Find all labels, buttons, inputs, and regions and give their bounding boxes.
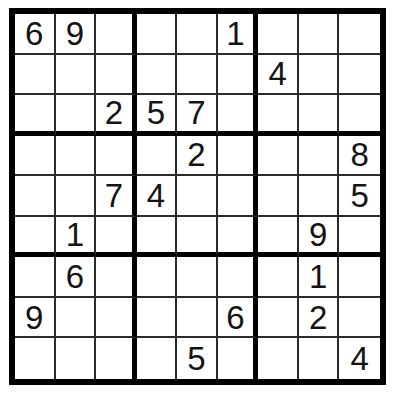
cell-r1c9[interactable] [339, 14, 380, 55]
cell-r9c3[interactable] [96, 338, 137, 379]
cell-r5c1[interactable] [15, 176, 56, 217]
cell-r8c1[interactable]: 9 [15, 298, 56, 339]
cell-r3c9[interactable] [339, 95, 380, 136]
cell-r9c4[interactable] [137, 338, 178, 379]
cell-r8c3[interactable] [96, 298, 137, 339]
cell-r5c9[interactable]: 5 [339, 176, 380, 217]
cell-r4c9[interactable]: 8 [339, 136, 380, 177]
cell-r9c7[interactable] [258, 338, 299, 379]
cell-r2c9[interactable] [339, 55, 380, 96]
cell-r1c5[interactable] [177, 14, 218, 55]
cell-r5c7[interactable] [258, 176, 299, 217]
cell-r7c5[interactable] [177, 257, 218, 298]
cell-r2c1[interactable] [15, 55, 56, 96]
cell-r8c9[interactable] [339, 298, 380, 339]
cell-r5c4[interactable]: 4 [137, 176, 178, 217]
sudoku-board: 691425728745196196254 [9, 8, 386, 385]
cell-r9c2[interactable] [56, 338, 97, 379]
cell-r7c8[interactable]: 1 [299, 257, 340, 298]
cell-r7c7[interactable] [258, 257, 299, 298]
cell-r9c8[interactable] [299, 338, 340, 379]
cell-r5c5[interactable] [177, 176, 218, 217]
cell-r2c5[interactable] [177, 55, 218, 96]
cell-r3c4[interactable]: 5 [137, 95, 178, 136]
cell-r4c5[interactable]: 2 [177, 136, 218, 177]
cell-r9c1[interactable] [15, 338, 56, 379]
cell-r7c9[interactable] [339, 257, 380, 298]
cell-r8c6[interactable]: 6 [218, 298, 259, 339]
cell-r3c7[interactable] [258, 95, 299, 136]
cell-r2c6[interactable] [218, 55, 259, 96]
cell-r7c4[interactable] [137, 257, 178, 298]
cell-r6c6[interactable] [218, 217, 259, 258]
cell-r6c1[interactable] [15, 217, 56, 258]
cell-r2c2[interactable] [56, 55, 97, 96]
cell-r1c1[interactable]: 6 [15, 14, 56, 55]
cell-r1c8[interactable] [299, 14, 340, 55]
cell-r3c6[interactable] [218, 95, 259, 136]
cell-r7c3[interactable] [96, 257, 137, 298]
cell-r6c8[interactable]: 9 [299, 217, 340, 258]
cell-r1c6[interactable]: 1 [218, 14, 259, 55]
cell-r3c2[interactable] [56, 95, 97, 136]
cell-r6c3[interactable] [96, 217, 137, 258]
cell-r2c3[interactable] [96, 55, 137, 96]
cell-r8c7[interactable] [258, 298, 299, 339]
cell-r3c1[interactable] [15, 95, 56, 136]
cell-r2c8[interactable] [299, 55, 340, 96]
cell-r7c1[interactable] [15, 257, 56, 298]
cell-r4c8[interactable] [299, 136, 340, 177]
cell-r7c6[interactable] [218, 257, 259, 298]
cell-r4c7[interactable] [258, 136, 299, 177]
cell-r2c7[interactable]: 4 [258, 55, 299, 96]
cell-r5c2[interactable] [56, 176, 97, 217]
cell-r5c3[interactable]: 7 [96, 176, 137, 217]
cell-r1c2[interactable]: 9 [56, 14, 97, 55]
cell-r3c5[interactable]: 7 [177, 95, 218, 136]
cell-r1c4[interactable] [137, 14, 178, 55]
cell-r8c2[interactable] [56, 298, 97, 339]
cell-r4c6[interactable] [218, 136, 259, 177]
cell-r1c3[interactable] [96, 14, 137, 55]
cell-r3c3[interactable]: 2 [96, 95, 137, 136]
cell-r4c3[interactable] [96, 136, 137, 177]
cell-r6c9[interactable] [339, 217, 380, 258]
cell-r6c5[interactable] [177, 217, 218, 258]
cell-r6c4[interactable] [137, 217, 178, 258]
cell-r6c2[interactable]: 1 [56, 217, 97, 258]
cell-r4c4[interactable] [137, 136, 178, 177]
cell-r8c4[interactable] [137, 298, 178, 339]
cell-r3c8[interactable] [299, 95, 340, 136]
cell-r9c9[interactable]: 4 [339, 338, 380, 379]
cell-r4c1[interactable] [15, 136, 56, 177]
cell-r9c5[interactable]: 5 [177, 338, 218, 379]
cell-r9c6[interactable] [218, 338, 259, 379]
cell-r8c8[interactable]: 2 [299, 298, 340, 339]
cell-r8c5[interactable] [177, 298, 218, 339]
cell-r6c7[interactable] [258, 217, 299, 258]
cell-r4c2[interactable] [56, 136, 97, 177]
cell-r1c7[interactable] [258, 14, 299, 55]
cell-r7c2[interactable]: 6 [56, 257, 97, 298]
cell-r2c4[interactable] [137, 55, 178, 96]
cell-r5c6[interactable] [218, 176, 259, 217]
cell-r5c8[interactable] [299, 176, 340, 217]
